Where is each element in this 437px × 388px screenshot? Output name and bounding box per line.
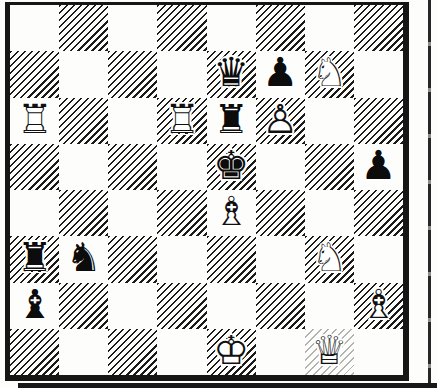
square-c6[interactable] <box>108 98 157 144</box>
square-h8[interactable] <box>354 5 403 51</box>
square-b6[interactable] <box>59 98 108 144</box>
piece-white-knight: ♞♘ <box>305 51 354 97</box>
square-b1[interactable] <box>59 329 108 375</box>
square-d2[interactable] <box>157 283 206 329</box>
square-e3[interactable] <box>207 236 256 282</box>
piece-black-rook: ♜ <box>207 98 256 144</box>
square-d8[interactable] <box>157 5 206 51</box>
square-a4[interactable] <box>10 190 59 236</box>
square-g2[interactable] <box>305 283 354 329</box>
piece-black-rook: ♜ <box>10 236 59 282</box>
square-a7[interactable] <box>10 51 59 97</box>
square-b4[interactable] <box>59 190 108 236</box>
square-f8[interactable] <box>256 5 305 51</box>
square-h6[interactable] <box>354 98 403 144</box>
square-g3[interactable]: ♞♘ <box>305 236 354 282</box>
square-e4[interactable]: ♝♗ <box>207 190 256 236</box>
square-d3[interactable] <box>157 236 206 282</box>
square-g6[interactable] <box>305 98 354 144</box>
square-f7[interactable]: ♟ <box>256 51 305 97</box>
square-h2[interactable]: ♝♗ <box>354 283 403 329</box>
square-d1[interactable] <box>157 329 206 375</box>
newspaper-clipping: ♛♟♞♘♜♖♜♖♜♟♙♚♟♝♗♜♞♞♘♝♝♗♚♔♛♕ <box>0 0 437 388</box>
square-c8[interactable] <box>108 5 157 51</box>
square-c4[interactable] <box>108 190 157 236</box>
square-b8[interactable] <box>59 5 108 51</box>
piece-white-rook: ♜♖ <box>10 98 59 144</box>
square-b5[interactable] <box>59 144 108 190</box>
piece-black-queen: ♛ <box>207 51 256 97</box>
square-h3[interactable] <box>354 236 403 282</box>
square-h5[interactable]: ♟ <box>354 144 403 190</box>
square-a6[interactable]: ♜♖ <box>10 98 59 144</box>
square-c3[interactable] <box>108 236 157 282</box>
square-f2[interactable] <box>256 283 305 329</box>
square-e8[interactable] <box>207 5 256 51</box>
square-f4[interactable] <box>256 190 305 236</box>
square-d5[interactable] <box>157 144 206 190</box>
chess-board: ♛♟♞♘♜♖♜♖♜♟♙♚♟♝♗♜♞♞♘♝♝♗♚♔♛♕ <box>5 2 409 381</box>
square-b2[interactable] <box>59 283 108 329</box>
page-bottom-rule <box>18 383 437 388</box>
square-a3[interactable]: ♜ <box>10 236 59 282</box>
square-b7[interactable] <box>59 51 108 97</box>
piece-black-pawn: ♟ <box>354 144 403 190</box>
piece-white-queen: ♛♕ <box>305 329 354 375</box>
chess-board-grid: ♛♟♞♘♜♖♜♖♜♟♙♚♟♝♗♜♞♞♘♝♝♗♚♔♛♕ <box>10 5 403 375</box>
square-e1[interactable]: ♚♔ <box>207 329 256 375</box>
square-f6[interactable]: ♟♙ <box>256 98 305 144</box>
square-e6[interactable]: ♜ <box>207 98 256 144</box>
square-h1[interactable] <box>354 329 403 375</box>
piece-black-pawn: ♟ <box>256 51 305 97</box>
piece-white-rook: ♜♖ <box>157 98 206 144</box>
square-g7[interactable]: ♞♘ <box>305 51 354 97</box>
piece-black-king: ♚ <box>207 144 256 190</box>
page-column-rule <box>428 0 431 388</box>
piece-white-bishop: ♝♗ <box>354 283 403 329</box>
square-a2[interactable]: ♝ <box>10 283 59 329</box>
square-g5[interactable] <box>305 144 354 190</box>
square-h4[interactable] <box>354 190 403 236</box>
piece-black-bishop: ♝ <box>10 283 59 329</box>
square-a5[interactable] <box>10 144 59 190</box>
square-f1[interactable] <box>256 329 305 375</box>
square-h7[interactable] <box>354 51 403 97</box>
square-b3[interactable]: ♞ <box>59 236 108 282</box>
square-c1[interactable] <box>108 329 157 375</box>
piece-white-knight: ♞♘ <box>305 236 354 282</box>
square-c7[interactable] <box>108 51 157 97</box>
square-e7[interactable]: ♛ <box>207 51 256 97</box>
piece-white-bishop: ♝♗ <box>207 190 256 236</box>
square-d4[interactable] <box>157 190 206 236</box>
square-g8[interactable] <box>305 5 354 51</box>
piece-black-knight: ♞ <box>59 236 108 282</box>
square-g1[interactable]: ♛♕ <box>305 329 354 375</box>
square-c5[interactable] <box>108 144 157 190</box>
square-d6[interactable]: ♜♖ <box>157 98 206 144</box>
square-a8[interactable] <box>10 5 59 51</box>
square-e2[interactable] <box>207 283 256 329</box>
square-e5[interactable]: ♚ <box>207 144 256 190</box>
square-c2[interactable] <box>108 283 157 329</box>
piece-white-king: ♚♔ <box>207 329 256 375</box>
square-a1[interactable] <box>10 329 59 375</box>
square-f5[interactable] <box>256 144 305 190</box>
piece-white-pawn: ♟♙ <box>256 98 305 144</box>
square-g4[interactable] <box>305 190 354 236</box>
square-f3[interactable] <box>256 236 305 282</box>
square-d7[interactable] <box>157 51 206 97</box>
